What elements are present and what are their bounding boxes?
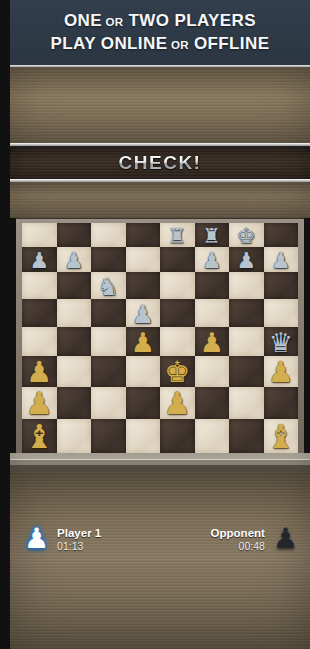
opponent-pawn-icon: ♟ (273, 525, 298, 553)
piece-silver-pawn-b7[interactable]: ♟ (64, 250, 84, 272)
square-d4[interactable]: ♟ (126, 327, 161, 356)
square-h2[interactable] (264, 387, 299, 419)
header-line-1: ONE OR TWO PLAYERS (10, 11, 310, 31)
opponent-clock: 00:48 (239, 540, 265, 552)
square-f8[interactable]: ♜ (195, 223, 230, 247)
square-f6[interactable] (195, 272, 230, 299)
square-b3[interactable] (57, 356, 92, 387)
piece-silver-rook-e8[interactable]: ♜ (168, 226, 187, 247)
piece-gold-pawn-h3[interactable]: ♟ (268, 358, 294, 387)
square-b2[interactable] (57, 387, 92, 419)
piece-gold-pawn-d4[interactable]: ♟ (131, 329, 155, 356)
chess-board[interactable]: ♜♜♚♟♟♟♟♟♞♟♟♟♛♟♚♟♟♟♝♝ (22, 223, 298, 453)
square-d5[interactable]: ♟ (126, 299, 161, 327)
square-a6[interactable] (22, 272, 57, 299)
square-b5[interactable] (57, 299, 92, 327)
square-c4[interactable] (91, 327, 126, 356)
square-f3[interactable] (195, 356, 230, 387)
header-word-or: OR (167, 39, 188, 51)
board-frame-front-face (10, 453, 310, 473)
square-a3[interactable]: ♟ (22, 356, 57, 387)
square-d7[interactable] (126, 247, 161, 272)
wood-strip-upper (10, 67, 310, 143)
square-a5[interactable] (22, 299, 57, 327)
opponent-name: Opponent (211, 527, 265, 539)
piece-silver-rook-f8[interactable]: ♜ (202, 226, 221, 247)
square-d8[interactable] (126, 223, 161, 247)
piece-silver-pawn-d5[interactable]: ♟ (132, 302, 154, 327)
wood-strip-lower (10, 182, 310, 218)
square-a8[interactable] (22, 223, 57, 247)
square-g2[interactable] (229, 387, 264, 419)
square-g7[interactable]: ♟ (229, 247, 264, 272)
square-g3[interactable] (229, 356, 264, 387)
square-a2[interactable]: ♟ (22, 387, 57, 419)
square-b6[interactable] (57, 272, 92, 299)
square-f2[interactable] (195, 387, 230, 419)
header-word: PLAY (51, 34, 96, 53)
square-h5[interactable] (264, 299, 299, 327)
square-g8[interactable]: ♚ (229, 223, 264, 247)
square-c6[interactable]: ♞ (91, 272, 126, 299)
square-e6[interactable] (160, 272, 195, 299)
player-1-clock: 01:13 (57, 540, 101, 552)
chess-app-screen: ONE OR TWO PLAYERS PLAY ONLINE OR OFFLIN… (10, 0, 310, 649)
header-banner: ONE OR TWO PLAYERS PLAY ONLINE OR OFFLIN… (10, 0, 310, 65)
square-c1[interactable] (91, 419, 126, 453)
square-e7[interactable] (160, 247, 195, 272)
piece-gold-pawn-a2[interactable]: ♟ (25, 388, 53, 419)
piece-silver-pawn-a7[interactable]: ♟ (29, 250, 49, 272)
square-b4[interactable] (57, 327, 92, 356)
piece-gold-pawn-a3[interactable]: ♟ (26, 358, 52, 387)
square-e5[interactable] (160, 299, 195, 327)
piece-gold-pawn-e2[interactable]: ♟ (163, 388, 191, 419)
square-e2[interactable]: ♟ (160, 387, 195, 419)
square-h4[interactable]: ♛ (264, 327, 299, 356)
piece-gold-bishop-a1[interactable]: ♝ (24, 420, 54, 453)
board-zone: ♜♜♚♟♟♟♟♟♞♟♟♟♛♟♚♟♟♟♝♝ (10, 218, 310, 472)
square-d6[interactable] (126, 272, 161, 299)
square-h3[interactable]: ♟ (264, 356, 299, 387)
square-b1[interactable] (57, 419, 92, 453)
square-d2[interactable] (126, 387, 161, 419)
piece-silver-queen-h4[interactable]: ♛ (269, 329, 293, 356)
square-g1[interactable] (229, 419, 264, 453)
square-e8[interactable]: ♜ (160, 223, 195, 247)
opponent-info: Opponent 00:48 ♟ (211, 525, 298, 553)
square-h8[interactable] (264, 223, 299, 247)
header-word: OFFLINE (189, 34, 270, 53)
player-1-name: Player 1 (57, 527, 101, 539)
square-b7[interactable]: ♟ (57, 247, 92, 272)
square-f4[interactable]: ♟ (195, 327, 230, 356)
square-f7[interactable]: ♟ (195, 247, 230, 272)
piece-gold-bishop-h1[interactable]: ♝ (266, 420, 296, 453)
square-h6[interactable] (264, 272, 299, 299)
square-a1[interactable]: ♝ (22, 419, 57, 453)
board-frame: ♜♜♚♟♟♟♟♟♞♟♟♟♛♟♚♟♟♟♝♝ (16, 218, 304, 453)
header-word: ONE (64, 11, 102, 30)
square-f1[interactable] (195, 419, 230, 453)
piece-gold-king-e3[interactable]: ♚ (164, 358, 190, 387)
square-c7[interactable] (91, 247, 126, 272)
piece-silver-pawn-g7[interactable]: ♟ (236, 250, 256, 272)
square-h1[interactable]: ♝ (264, 419, 299, 453)
square-g5[interactable] (229, 299, 264, 327)
square-a4[interactable] (22, 327, 57, 356)
table-surface: ♟ Player 1 01:13 Opponent 00:48 ♟ (10, 472, 310, 649)
square-b8[interactable] (57, 223, 92, 247)
header-line-2: PLAY ONLINE OR OFFLINE (10, 34, 310, 54)
square-c5[interactable] (91, 299, 126, 327)
square-c8[interactable] (91, 223, 126, 247)
square-e1[interactable] (160, 419, 195, 453)
header-word-or: OR (102, 16, 123, 28)
square-a7[interactable]: ♟ (22, 247, 57, 272)
player-1-pawn-icon: ♟ (24, 525, 49, 553)
check-text: CHECK! (119, 152, 202, 174)
square-h7[interactable]: ♟ (264, 247, 299, 272)
square-e4[interactable] (160, 327, 195, 356)
players-row: ♟ Player 1 01:13 Opponent 00:48 ♟ (10, 525, 310, 553)
square-c3[interactable] (91, 356, 126, 387)
piece-silver-king-g8[interactable]: ♚ (237, 226, 256, 247)
header-word: TWO PLAYERS (123, 11, 256, 30)
square-e3[interactable]: ♚ (160, 356, 195, 387)
square-g6[interactable] (229, 272, 264, 299)
square-f5[interactable] (195, 299, 230, 327)
piece-silver-knight-c6[interactable]: ♞ (97, 275, 119, 299)
square-d3[interactable] (126, 356, 161, 387)
piece-gold-pawn-f4[interactable]: ♟ (200, 329, 224, 356)
square-d1[interactable] (126, 419, 161, 453)
square-g4[interactable] (229, 327, 264, 356)
header-word: ONLINE (96, 34, 168, 53)
square-c2[interactable] (91, 387, 126, 419)
piece-silver-pawn-f7[interactable]: ♟ (202, 250, 222, 272)
player-1-info: ♟ Player 1 01:13 (24, 525, 101, 553)
piece-silver-pawn-h7[interactable]: ♟ (271, 250, 291, 272)
check-banner: CHECK! (10, 146, 310, 179)
